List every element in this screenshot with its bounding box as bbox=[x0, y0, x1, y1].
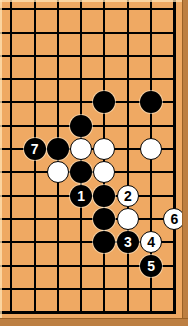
intersection-c5r3 bbox=[93, 44, 116, 67]
move-number: 1 bbox=[77, 189, 85, 203]
intersection-c3r7 bbox=[46, 137, 69, 160]
intersection-c5r13 bbox=[93, 277, 116, 300]
intersection-c1r3 bbox=[0, 44, 23, 67]
intersection-c6r1 bbox=[116, 0, 139, 21]
go-diagram: 7126345 bbox=[0, 0, 188, 326]
intersection-c6r10 bbox=[116, 207, 139, 230]
intersection-c1r8 bbox=[0, 161, 23, 184]
intersection-c3r4 bbox=[46, 68, 69, 91]
intersection-c5r5 bbox=[93, 91, 116, 114]
intersection-c3r5 bbox=[46, 91, 69, 114]
intersection-c5r6 bbox=[93, 114, 116, 137]
black-stone: 5 bbox=[140, 255, 162, 277]
intersection-c2r10 bbox=[23, 207, 46, 230]
intersection-c5r2 bbox=[93, 21, 116, 44]
intersection-c3r1 bbox=[46, 0, 69, 21]
intersection-c7r4 bbox=[139, 68, 162, 91]
intersection-c7r12: 5 bbox=[139, 254, 162, 277]
intersection-c5r10 bbox=[93, 207, 116, 230]
white-stone: 4 bbox=[140, 231, 162, 253]
intersection-c3r8 bbox=[46, 161, 69, 184]
intersection-c6r11: 3 bbox=[116, 231, 139, 254]
black-stone bbox=[93, 185, 115, 207]
board-highlight-left bbox=[0, 0, 2, 326]
white-stone bbox=[93, 161, 115, 183]
intersection-c5r1 bbox=[93, 0, 116, 21]
intersection-c7r3 bbox=[139, 44, 162, 67]
intersection-c2r5 bbox=[23, 91, 46, 114]
intersection-c3r13 bbox=[46, 277, 69, 300]
intersection-c6r4 bbox=[116, 68, 139, 91]
intersection-c4r3 bbox=[70, 44, 93, 67]
intersection-c3r9 bbox=[46, 184, 69, 207]
intersection-c1r2 bbox=[0, 21, 23, 44]
black-stone: 3 bbox=[117, 231, 139, 253]
board-edge-shadow-bottom bbox=[0, 318, 188, 326]
white-stone bbox=[140, 138, 162, 160]
intersection-c7r13 bbox=[139, 277, 162, 300]
board-highlight-top bbox=[0, 0, 188, 2]
board-edge-shadow-right bbox=[182, 0, 188, 326]
intersection-c6r8 bbox=[116, 161, 139, 184]
intersection-c7r5 bbox=[139, 91, 162, 114]
intersection-c7r9 bbox=[139, 184, 162, 207]
intersection-c2r13 bbox=[23, 277, 46, 300]
intersection-c3r11 bbox=[46, 231, 69, 254]
intersection-c5r11 bbox=[93, 231, 116, 254]
white-stone bbox=[70, 138, 92, 160]
white-stone bbox=[47, 161, 69, 183]
intersection-c4r10 bbox=[70, 207, 93, 230]
intersection-c3r10 bbox=[46, 207, 69, 230]
move-number: 2 bbox=[124, 189, 132, 203]
intersection-c4r1 bbox=[70, 0, 93, 21]
intersection-c3r6 bbox=[46, 114, 69, 137]
intersection-c1r13 bbox=[0, 277, 23, 300]
intersection-c2r6 bbox=[23, 114, 46, 137]
intersection-c4r5 bbox=[70, 91, 93, 114]
intersection-c1r1 bbox=[0, 0, 23, 21]
intersection-c2r8 bbox=[23, 161, 46, 184]
intersection-c4r4 bbox=[70, 68, 93, 91]
intersection-c7r11: 4 bbox=[139, 231, 162, 254]
move-number: 6 bbox=[170, 212, 178, 226]
intersection-c7r1 bbox=[139, 0, 162, 21]
intersection-c4r7 bbox=[70, 137, 93, 160]
intersection-c1r9 bbox=[0, 184, 23, 207]
intersection-c6r6 bbox=[116, 114, 139, 137]
intersection-c3r2 bbox=[46, 21, 69, 44]
intersection-c4r2 bbox=[70, 21, 93, 44]
intersection-c2r7: 7 bbox=[23, 137, 46, 160]
intersection-c2r1 bbox=[23, 0, 46, 21]
intersection-c6r13 bbox=[116, 277, 139, 300]
intersection-c1r4 bbox=[0, 68, 23, 91]
intersection-c1r7 bbox=[0, 137, 23, 160]
intersection-c3r12 bbox=[46, 254, 69, 277]
intersection-c1r10 bbox=[0, 207, 23, 230]
intersection-c4r13 bbox=[70, 277, 93, 300]
black-stone bbox=[93, 91, 115, 113]
intersection-c2r4 bbox=[23, 68, 46, 91]
white-stone bbox=[93, 138, 115, 160]
intersection-c5r7 bbox=[93, 137, 116, 160]
intersection-c5r9 bbox=[93, 184, 116, 207]
intersection-c2r11 bbox=[23, 231, 46, 254]
intersection-c6r9: 2 bbox=[116, 184, 139, 207]
intersection-c4r11 bbox=[70, 231, 93, 254]
move-number: 7 bbox=[31, 142, 39, 156]
black-stone bbox=[70, 161, 92, 183]
black-stone: 7 bbox=[24, 138, 46, 160]
intersection-c4r8 bbox=[70, 161, 93, 184]
black-stone: 1 bbox=[70, 185, 92, 207]
black-stone bbox=[70, 115, 92, 137]
intersection-c4r6 bbox=[70, 114, 93, 137]
intersection-c5r4 bbox=[93, 68, 116, 91]
black-stone bbox=[47, 138, 69, 160]
white-stone bbox=[117, 208, 139, 230]
intersection-c7r7 bbox=[139, 137, 162, 160]
intersection-c3r3 bbox=[46, 44, 69, 67]
intersection-c1r11 bbox=[0, 231, 23, 254]
intersection-c2r2 bbox=[23, 21, 46, 44]
intersection-c7r10 bbox=[139, 207, 162, 230]
intersection-c4r12 bbox=[70, 254, 93, 277]
move-number: 3 bbox=[124, 235, 132, 249]
intersection-c7r2 bbox=[139, 21, 162, 44]
intersection-c4r9: 1 bbox=[70, 184, 93, 207]
intersection-c1r12 bbox=[0, 254, 23, 277]
white-stone: 2 bbox=[117, 185, 139, 207]
move-number: 5 bbox=[147, 259, 155, 273]
intersection-c6r7 bbox=[116, 137, 139, 160]
intersection-c6r12 bbox=[116, 254, 139, 277]
black-stone bbox=[140, 91, 162, 113]
intersection-c2r12 bbox=[23, 254, 46, 277]
intersection-c5r8 bbox=[93, 161, 116, 184]
intersection-c1r6 bbox=[0, 114, 23, 137]
intersection-c6r5 bbox=[116, 91, 139, 114]
intersection-c6r3 bbox=[116, 44, 139, 67]
intersection-c6r2 bbox=[116, 21, 139, 44]
go-board-grid: 7126345 bbox=[0, 0, 186, 324]
move-number: 4 bbox=[147, 235, 155, 249]
intersection-c2r3 bbox=[23, 44, 46, 67]
intersection-c7r8 bbox=[139, 161, 162, 184]
intersection-c2r9 bbox=[23, 184, 46, 207]
intersection-c5r12 bbox=[93, 254, 116, 277]
black-stone bbox=[93, 208, 115, 230]
black-stone bbox=[93, 231, 115, 253]
intersection-c7r6 bbox=[139, 114, 162, 137]
intersection-c1r5 bbox=[0, 91, 23, 114]
